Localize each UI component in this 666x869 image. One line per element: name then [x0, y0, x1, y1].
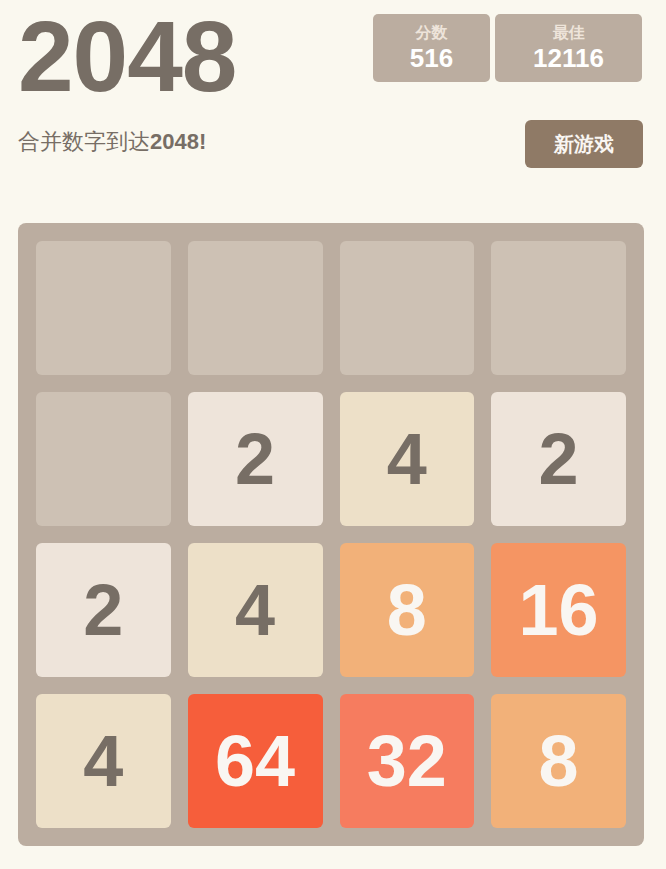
new-game-button[interactable]: 新游戏 — [525, 120, 643, 168]
tile-2-r2c4: 2 — [491, 392, 626, 526]
tile-32-r4c3: 32 — [340, 694, 475, 828]
score-value: 516 — [410, 44, 453, 72]
tile-2-r3c1: 2 — [36, 543, 171, 677]
score-box: 分数 516 — [373, 14, 490, 82]
subtitle-goal: 2048! — [150, 129, 206, 154]
best-score-label: 最佳 — [553, 24, 585, 42]
subtitle: 合并数字到达2048! — [18, 128, 206, 156]
tile-8-r4c4: 8 — [491, 694, 626, 828]
subtitle-text: 合并数字到达 — [18, 129, 150, 154]
score-label: 分数 — [416, 24, 448, 42]
tile-4-r3c2: 4 — [188, 543, 323, 677]
game-board[interactable]: 24224816464328 — [18, 223, 644, 846]
tile-8-r3c3: 8 — [340, 543, 475, 677]
tile-2-r2c2: 2 — [188, 392, 323, 526]
tile-64-r4c2: 64 — [188, 694, 323, 828]
empty-cell-r1c3 — [340, 241, 475, 375]
tile-4-r4c1: 4 — [36, 694, 171, 828]
best-score-box: 最佳 12116 — [495, 14, 642, 82]
empty-cell-r1c2 — [188, 241, 323, 375]
empty-cell-r1c4 — [491, 241, 626, 375]
best-score-value: 12116 — [533, 44, 604, 72]
page-title: 2048 — [18, 0, 236, 112]
empty-cell-r2c1 — [36, 392, 171, 526]
page: 2048 分数 516 最佳 12116 合并数字到达2048! 新游戏 242… — [0, 0, 666, 869]
tile-4-r2c3: 4 — [340, 392, 475, 526]
tile-16-r3c4: 16 — [491, 543, 626, 677]
empty-cell-r1c1 — [36, 241, 171, 375]
